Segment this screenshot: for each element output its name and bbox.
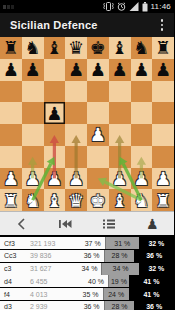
square-d2[interactable]: ♟ — [65, 168, 87, 190]
skip-to-start-icon — [56, 215, 74, 233]
square-d8[interactable]: ♛ — [65, 37, 87, 59]
square-g7[interactable]: ♟ — [131, 59, 153, 81]
black-pawn: ♟ — [112, 59, 128, 80]
black-king: ♚ — [90, 37, 106, 58]
white-pct-segment: 36 % — [64, 301, 104, 310]
square-f4[interactable] — [109, 124, 131, 146]
white-knight: ♞ — [25, 190, 41, 211]
square-c7[interactable] — [44, 59, 66, 81]
white-rook: ♜ — [3, 190, 19, 211]
black-pawn: ♟ — [46, 103, 62, 124]
square-g4[interactable] — [131, 124, 153, 146]
white-bishop: ♝ — [46, 190, 62, 211]
move-label: c3 — [0, 265, 30, 272]
move-info: d46 455 — [0, 275, 64, 287]
white-pawn: ♟ — [112, 168, 128, 189]
square-f5[interactable] — [109, 102, 131, 124]
result-bar: 36 %28 %36 % — [64, 301, 174, 310]
square-b1[interactable]: ♞ — [22, 189, 44, 211]
square-a4[interactable] — [0, 124, 22, 146]
games-count: 6 455 — [30, 278, 48, 285]
black-rook: ♜ — [3, 37, 19, 58]
white-pawn: ♟ — [3, 168, 19, 189]
black-pct-segment: 32 % — [139, 263, 174, 275]
result-bar: 35 %24 %41 % — [64, 288, 174, 300]
square-a6[interactable] — [0, 81, 22, 103]
square-e3[interactable] — [87, 146, 109, 168]
square-e4[interactable]: ♟ — [87, 124, 109, 146]
draw-pct-segment: 24 % — [103, 288, 129, 300]
square-a8[interactable]: ♜ — [0, 37, 22, 59]
black-pct-segment: 41 % — [129, 275, 174, 287]
square-c4[interactable] — [44, 124, 66, 146]
move-info: c331 627 — [0, 263, 64, 275]
square-b5[interactable] — [22, 102, 44, 124]
black-pawn: ♟ — [90, 59, 106, 80]
square-e5[interactable] — [87, 102, 109, 124]
square-h1[interactable]: ♜ — [152, 189, 174, 211]
square-h4[interactable] — [152, 124, 174, 146]
draw-pct-segment: 19 % — [108, 275, 129, 287]
black-pct-segment: 41 % — [129, 288, 174, 300]
black-pct-segment: 32 % — [139, 237, 174, 249]
square-b7[interactable]: ♟ — [22, 59, 44, 81]
square-c2[interactable]: ♟ — [44, 168, 66, 190]
black-bishop: ♝ — [112, 37, 128, 58]
square-f3[interactable] — [109, 146, 131, 168]
square-a2[interactable]: ♟ — [0, 168, 22, 190]
move-label: d3 — [0, 303, 30, 310]
square-a5[interactable] — [0, 102, 22, 124]
notification-icon — [3, 4, 15, 10]
result-bar: 37 %31 %32 % — [64, 237, 174, 249]
move-row-Cc3[interactable]: Cc339 83636 %28 %36 % — [0, 250, 174, 262]
side-to-move-button[interactable]: ♟ — [131, 212, 175, 235]
square-d1[interactable]: ♛ — [65, 189, 87, 211]
square-g8[interactable]: ♞ — [131, 37, 153, 59]
square-a1[interactable]: ♜ — [0, 189, 22, 211]
move-info: Cc339 836 — [0, 250, 64, 262]
square-f6[interactable] — [109, 81, 131, 103]
square-g3[interactable] — [131, 146, 153, 168]
white-pawn: ♟ — [25, 168, 41, 189]
result-bar: 36 %28 %36 % — [64, 250, 174, 262]
black-rook: ♜ — [155, 37, 171, 58]
black-pct-segment: 36 % — [134, 250, 174, 262]
result-bar: 40 %19 %41 % — [64, 275, 174, 287]
square-h7[interactable]: ♟ — [152, 59, 174, 81]
games-count: 321 193 — [30, 240, 55, 247]
draw-pct-segment: 34 % — [101, 263, 138, 275]
square-e6[interactable] — [87, 81, 109, 103]
square-f7[interactable]: ♟ — [109, 59, 131, 81]
square-f1[interactable]: ♝ — [109, 189, 131, 211]
move-label: Cf3 — [0, 240, 30, 247]
black-knight: ♞ — [133, 37, 149, 58]
square-b2[interactable]: ♟ — [22, 168, 44, 190]
white-pct-segment: 36 % — [64, 250, 104, 262]
move-row-d4[interactable]: d46 45540 %19 %41 % — [0, 275, 174, 287]
black-pawn: ♟ — [68, 59, 84, 80]
white-queen: ♛ — [68, 190, 84, 211]
square-b8[interactable]: ♞ — [22, 37, 44, 59]
white-pawn: ♟ — [155, 168, 171, 189]
back-button[interactable] — [0, 212, 44, 235]
white-rook: ♜ — [155, 190, 171, 211]
black-bishop: ♝ — [46, 37, 62, 58]
square-d5[interactable] — [65, 102, 87, 124]
white-pct-segment: 35 % — [64, 288, 103, 300]
move-label: Cc3 — [0, 252, 30, 259]
move-label: f4 — [0, 291, 30, 298]
square-c3[interactable] — [44, 146, 66, 168]
move-info: d32 939 — [0, 301, 64, 310]
square-h3[interactable] — [152, 146, 174, 168]
white-pawn: ♟ — [46, 168, 62, 189]
square-c6[interactable] — [44, 81, 66, 103]
white-knight: ♞ — [133, 190, 149, 211]
square-d7[interactable]: ♟ — [65, 59, 87, 81]
square-b6[interactable] — [22, 81, 44, 103]
white-king: ♚ — [90, 190, 106, 211]
square-d6[interactable] — [65, 81, 87, 103]
square-a3[interactable] — [0, 146, 22, 168]
board-grid: ♜♞♝♛♚♝♞♜♟♟♟♟♟♟♟♟♟♟♟♟♟♟♟♟♜♞♝♛♚♝♞♜ — [0, 37, 174, 211]
square-b4[interactable] — [22, 124, 44, 146]
square-d3[interactable] — [65, 146, 87, 168]
chess-board: ♜♞♝♛♚♝♞♜♟♟♟♟♟♟♟♟♟♟♟♟♟♟♟♟♜♞♝♛♚♝♞♜ — [0, 37, 174, 211]
black-pawn: ♟ — [133, 59, 149, 80]
square-e7[interactable]: ♟ — [87, 59, 109, 81]
status-bar: 11:46 — [0, 0, 174, 13]
square-c5[interactable]: ♟ — [44, 102, 66, 124]
games-count: 4 013 — [30, 291, 48, 298]
alarm-icon — [117, 2, 126, 11]
square-h6[interactable] — [152, 81, 174, 103]
games-count: 31 627 — [30, 265, 51, 272]
black-pawn-icon: ♟ — [146, 217, 159, 231]
square-d4[interactable] — [65, 124, 87, 146]
square-e2[interactable] — [87, 168, 109, 190]
draw-pct-segment: 28 % — [104, 301, 135, 310]
black-knight: ♞ — [25, 37, 41, 58]
white-pct-segment: 37 % — [64, 237, 105, 249]
draw-pct-segment: 31 % — [105, 237, 139, 249]
square-a7[interactable]: ♟ — [0, 59, 22, 81]
square-b3[interactable] — [22, 146, 44, 168]
move-row-Cf3[interactable]: Cf3321 19337 %31 %32 % — [0, 237, 174, 249]
square-g1[interactable]: ♞ — [131, 189, 153, 211]
square-e1[interactable]: ♚ — [87, 189, 109, 211]
signal-icon — [129, 2, 139, 11]
black-pct-segment: 36 % — [134, 301, 174, 310]
move-info: Cf3321 193 — [0, 237, 64, 249]
navigation-toolbar: ♟ — [0, 211, 174, 235]
square-h2[interactable]: ♟ — [152, 168, 174, 190]
games-count: 39 836 — [30, 252, 51, 259]
move-row-d3[interactable]: d32 93936 %28 %36 % — [0, 301, 174, 310]
clock-time: 11:46 — [151, 2, 171, 11]
title-bar: Sicilian Defence — [0, 13, 174, 37]
square-f8[interactable]: ♝ — [109, 37, 131, 59]
square-h8[interactable]: ♜ — [152, 37, 174, 59]
square-g2[interactable]: ♟ — [131, 168, 153, 190]
draw-pct-segment: 28 % — [104, 250, 135, 262]
black-pawn: ♟ — [3, 59, 19, 80]
battery-icon — [142, 2, 148, 12]
white-pct-segment: 34 % — [64, 263, 101, 275]
square-h5[interactable] — [152, 102, 174, 124]
white-pawn: ♟ — [133, 168, 149, 189]
white-pawn: ♟ — [90, 124, 106, 145]
black-pawn: ♟ — [25, 59, 41, 80]
move-list-icon — [100, 215, 118, 233]
back-chevron-icon — [13, 215, 31, 233]
white-pct-segment: 40 % — [64, 275, 108, 287]
overflow-menu-icon[interactable] — [156, 15, 169, 35]
move-label: d4 — [0, 278, 30, 285]
square-g5[interactable] — [131, 102, 153, 124]
square-e8[interactable]: ♚ — [87, 37, 109, 59]
square-c8[interactable]: ♝ — [44, 37, 66, 59]
skip-to-start-button[interactable] — [44, 212, 88, 235]
white-bishop: ♝ — [112, 190, 128, 211]
result-bar: 34 %34 %32 % — [64, 263, 174, 275]
black-pawn: ♟ — [155, 59, 171, 80]
move-list-button[interactable] — [87, 212, 131, 235]
page-title: Sicilian Defence — [10, 19, 98, 31]
move-row-f4[interactable]: f44 01335 %24 %41 % — [0, 288, 174, 300]
black-queen: ♛ — [68, 37, 84, 58]
games-count: 2 939 — [30, 303, 48, 310]
square-c1[interactable]: ♝ — [44, 189, 66, 211]
opening-moves-table: Cf3321 19337 %31 %32 %Cc339 83636 %28 %3… — [0, 235, 174, 310]
square-g6[interactable] — [131, 81, 153, 103]
move-row-c3[interactable]: c331 62734 %34 %32 % — [0, 263, 174, 275]
vibrate-icon — [103, 2, 114, 11]
white-pawn: ♟ — [68, 168, 84, 189]
square-f2[interactable]: ♟ — [109, 168, 131, 190]
move-info: f44 013 — [0, 288, 64, 300]
